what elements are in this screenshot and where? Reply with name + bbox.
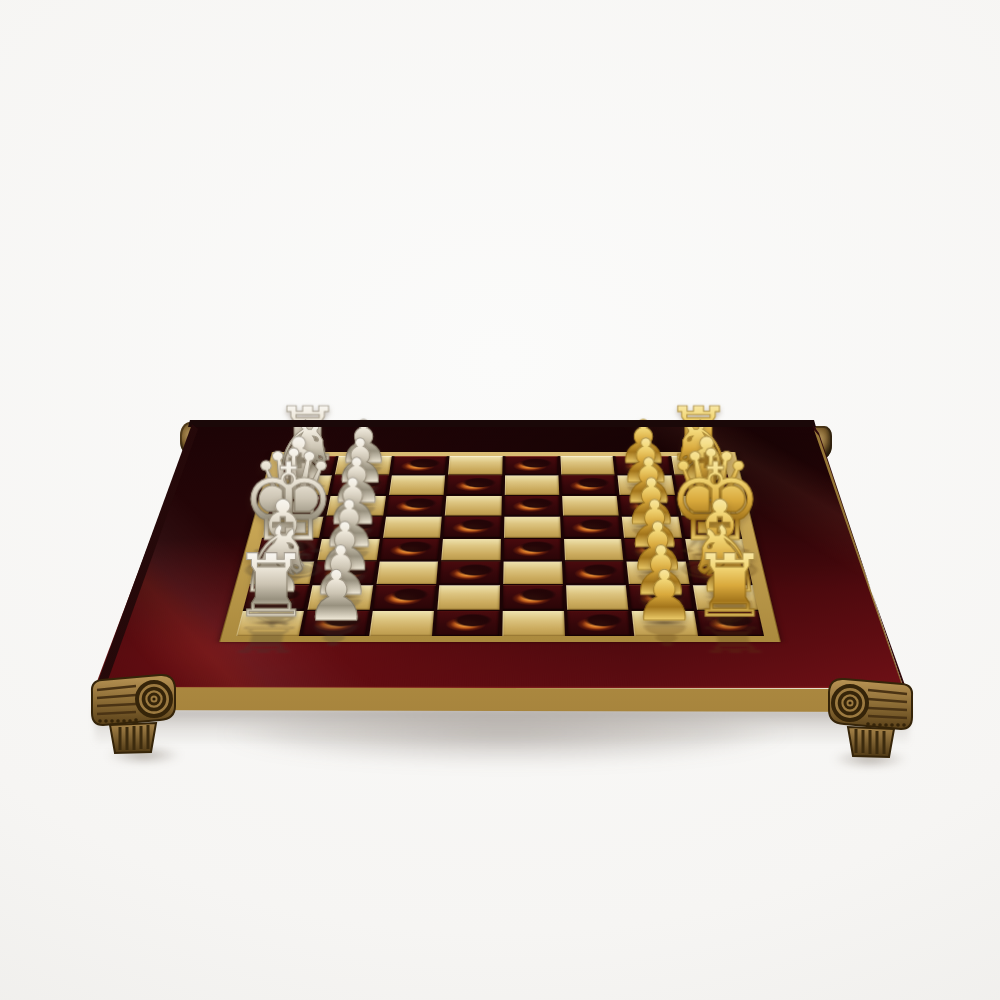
chess-board: ♜♞♝♛♚♝♞♜♟♟♟♟♟♟♟♟♟♟♟♟♟♟♟♟♜♞♝♛♚♝♞♜ ♜♞♝♛♚♝♞…	[94, 423, 903, 688]
product-photo-backdrop: ♜♞♝♛♚♝♞♜♟♟♟♟♟♟♟♟♟♟♟♟♟♟♟♟♜♞♝♛♚♝♞♜ ♜♞♝♛♚♝♞…	[0, 0, 1000, 1000]
square-b4[interactable]	[447, 476, 502, 495]
board-foot-front-left	[88, 668, 182, 756]
board-3d-scene: ♜♞♝♛♚♝♞♜♟♟♟♟♟♟♟♟♟♟♟♟♟♟♟♟♜♞♝♛♚♝♞♜ ♜♞♝♛♚♝♞…	[0, 0, 1000, 1000]
piece-black-rook-h8[interactable]: ♜	[678, 460, 782, 623]
square-c4[interactable]	[445, 496, 501, 516]
square-d5[interactable]	[504, 517, 561, 538]
rook-glyph: ♜	[691, 544, 769, 631]
square-c5[interactable]	[504, 496, 560, 516]
square-b5[interactable]	[504, 476, 559, 495]
piece-white-pawn-h2[interactable]: ♟	[284, 460, 388, 623]
square-d4[interactable]	[443, 517, 501, 538]
square-a3[interactable]	[392, 456, 447, 474]
pawn-glyph: ♟	[305, 561, 367, 631]
board-foot-front-right	[822, 672, 916, 760]
square-a5[interactable]	[505, 456, 559, 474]
square-a4[interactable]	[448, 456, 502, 474]
